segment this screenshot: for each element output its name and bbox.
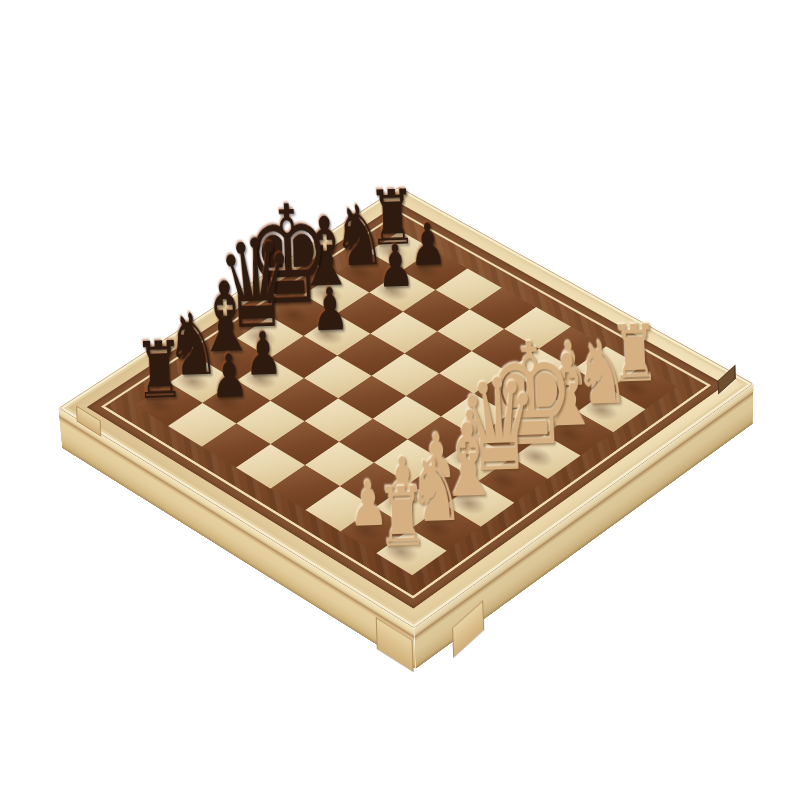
chess-board: ♜♟♜♞♟♟♞♝♟♝♚♟♚♛♟♛♝♟♟♝♞♟♟♞♜♟♜ [58,187,753,629]
dark-rook[interactable]: ♜ [81,329,238,412]
scene: ♜♟♜♞♟♟♞♝♟♝♚♟♚♛♟♛♝♟♟♝♞♟♟♞♜♟♜ [0,0,800,800]
light-rook[interactable]: ♜ [321,474,484,561]
product-photo-background: ♜♟♜♞♟♟♞♝♟♝♚♟♚♛♟♛♝♟♟♝♞♟♟♞♜♟♜ [0,0,800,800]
board-top-face: ♜♟♜♞♟♟♞♝♟♝♚♟♚♛♟♛♝♟♟♝♞♟♟♞♜♟♜ [58,187,753,629]
